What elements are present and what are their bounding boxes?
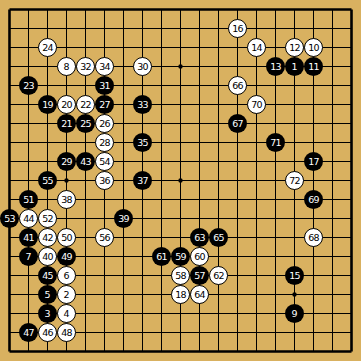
stone-black-43-E11: 43 bbox=[76, 152, 95, 171]
stone-black-25-E13: 25 bbox=[76, 114, 95, 133]
stone-black-7-B6: 7 bbox=[19, 247, 38, 266]
stone-white-56-F7: 56 bbox=[95, 228, 114, 247]
stone-black-63-L7: 63 bbox=[190, 228, 209, 247]
stone-black-19-C14: 19 bbox=[38, 95, 57, 114]
stone-black-47-B2: 47 bbox=[19, 323, 38, 342]
stone-white-12-Q17: 12 bbox=[285, 38, 304, 57]
stone-white-22-E14: 22 bbox=[76, 95, 95, 114]
stone-white-48-D2: 48 bbox=[57, 323, 76, 342]
stone-white-28-F12: 28 bbox=[95, 133, 114, 152]
stone-black-45-C5: 45 bbox=[38, 266, 57, 285]
stone-black-15-Q5: 15 bbox=[285, 266, 304, 285]
stone-black-13-P16: 13 bbox=[266, 57, 285, 76]
stone-black-49-D6: 49 bbox=[57, 247, 76, 266]
stone-white-50-D7: 50 bbox=[57, 228, 76, 247]
board-grid: 1234567891011121314151617181920212223242… bbox=[0, 0, 361, 361]
stone-white-68-R7: 68 bbox=[304, 228, 323, 247]
stone-white-70-O14: 70 bbox=[247, 95, 266, 114]
stone-black-33-H14: 33 bbox=[133, 95, 152, 114]
stone-white-58-K5: 58 bbox=[171, 266, 190, 285]
stone-black-21-D13: 21 bbox=[57, 114, 76, 133]
stone-black-71-P12: 71 bbox=[266, 133, 285, 152]
stone-white-10-R17: 10 bbox=[304, 38, 323, 57]
stone-white-20-D14: 20 bbox=[57, 95, 76, 114]
stone-white-18-K4: 18 bbox=[171, 285, 190, 304]
stone-white-54-F11: 54 bbox=[95, 152, 114, 171]
stone-black-41-B7: 41 bbox=[19, 228, 38, 247]
stone-white-32-E16: 32 bbox=[76, 57, 95, 76]
stone-white-62-M5: 62 bbox=[209, 266, 228, 285]
stone-white-16-N18: 16 bbox=[228, 19, 247, 38]
stone-white-2-D4: 2 bbox=[57, 285, 76, 304]
stone-black-1-Q16: 1 bbox=[285, 57, 304, 76]
stone-white-24-C17: 24 bbox=[38, 38, 57, 57]
stone-white-44-B8: 44 bbox=[19, 209, 38, 228]
stone-black-27-F14: 27 bbox=[95, 95, 114, 114]
stone-white-8-D16: 8 bbox=[57, 57, 76, 76]
stone-white-38-D9: 38 bbox=[57, 190, 76, 209]
stone-white-40-C6: 40 bbox=[38, 247, 57, 266]
stone-white-72-Q10: 72 bbox=[285, 171, 304, 190]
stone-black-9-Q3: 9 bbox=[285, 304, 304, 323]
stone-black-11-R16: 11 bbox=[304, 57, 323, 76]
stone-black-5-C4: 5 bbox=[38, 285, 57, 304]
stone-black-61-J6: 61 bbox=[152, 247, 171, 266]
stone-black-59-K6: 59 bbox=[171, 247, 190, 266]
stone-black-57-L5: 57 bbox=[190, 266, 209, 285]
stone-white-42-C7: 42 bbox=[38, 228, 57, 247]
stone-white-66-N15: 66 bbox=[228, 76, 247, 95]
stone-white-26-F13: 26 bbox=[95, 114, 114, 133]
stone-black-69-R9: 69 bbox=[304, 190, 323, 209]
stone-black-3-C3: 3 bbox=[38, 304, 57, 323]
stone-black-65-M7: 65 bbox=[209, 228, 228, 247]
stone-white-60-L6: 60 bbox=[190, 247, 209, 266]
stone-white-36-F10: 36 bbox=[95, 171, 114, 190]
go-board: 1234567891011121314151617181920212223242… bbox=[0, 0, 361, 361]
stone-black-39-G8: 39 bbox=[114, 209, 133, 228]
stone-white-14-O17: 14 bbox=[247, 38, 266, 57]
stone-black-51-B9: 51 bbox=[19, 190, 38, 209]
stone-white-34-F16: 34 bbox=[95, 57, 114, 76]
stone-white-4-D3: 4 bbox=[57, 304, 76, 323]
stone-black-55-C10: 55 bbox=[38, 171, 57, 190]
stone-black-29-D11: 29 bbox=[57, 152, 76, 171]
stone-black-17-R11: 17 bbox=[304, 152, 323, 171]
stone-black-35-H12: 35 bbox=[133, 133, 152, 152]
stone-white-30-H16: 30 bbox=[133, 57, 152, 76]
stone-black-67-N13: 67 bbox=[228, 114, 247, 133]
stone-black-23-B15: 23 bbox=[19, 76, 38, 95]
stone-white-46-C2: 46 bbox=[38, 323, 57, 342]
stone-white-6-D5: 6 bbox=[57, 266, 76, 285]
stone-white-52-C8: 52 bbox=[38, 209, 57, 228]
stone-white-64-L4: 64 bbox=[190, 285, 209, 304]
stone-black-53-A8: 53 bbox=[0, 209, 19, 228]
stone-black-31-F15: 31 bbox=[95, 76, 114, 95]
stone-black-37-H10: 37 bbox=[133, 171, 152, 190]
